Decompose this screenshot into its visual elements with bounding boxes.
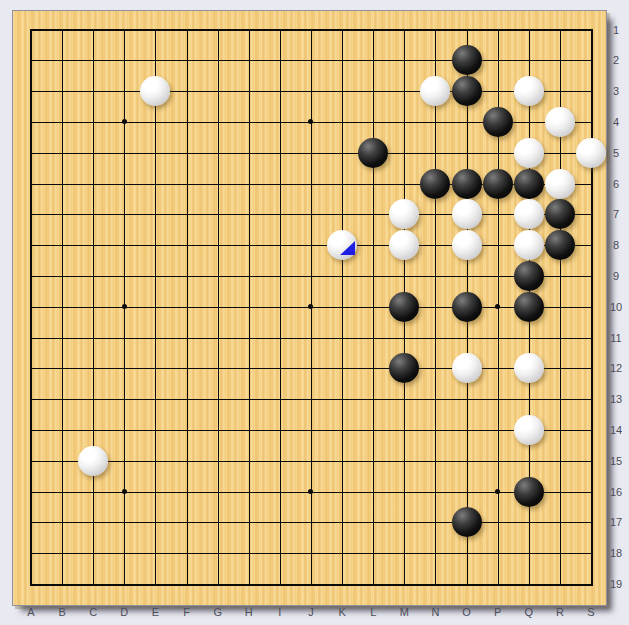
white-stone-Q14 <box>514 415 544 445</box>
column-label-R: R <box>550 606 570 619</box>
column-label-O: O <box>457 606 477 619</box>
black-stone-O2 <box>452 45 482 75</box>
column-label-D: D <box>114 606 134 619</box>
column-label-P: P <box>488 606 508 619</box>
black-stone-Q9 <box>514 261 544 291</box>
black-stone-P4 <box>483 107 513 137</box>
black-stone-R8 <box>545 230 575 260</box>
row-label-15: 15 <box>605 454 627 468</box>
star-point <box>122 489 127 494</box>
black-stone-O3 <box>452 76 482 106</box>
black-stone-R7 <box>545 199 575 229</box>
row-label-4: 4 <box>605 115 627 129</box>
white-stone-K8 <box>327 230 357 260</box>
column-label-N: N <box>425 606 445 619</box>
column-label-B: B <box>52 606 72 619</box>
white-stone-Q8 <box>514 230 544 260</box>
black-stone-O6 <box>452 169 482 199</box>
column-label-K: K <box>332 606 352 619</box>
black-stone-P6 <box>483 169 513 199</box>
white-stone-R6 <box>545 169 575 199</box>
black-stone-Q6 <box>514 169 544 199</box>
black-stone-O10 <box>452 292 482 322</box>
go-game-screenshot: 12345678910111213141516171819ABCDEFGHIJK… <box>0 0 629 625</box>
white-stone-C15 <box>78 446 108 476</box>
black-stone-L5 <box>358 138 388 168</box>
column-label-F: F <box>177 606 197 619</box>
row-label-5: 5 <box>605 146 627 160</box>
column-label-G: G <box>208 606 228 619</box>
row-label-1: 1 <box>605 23 627 37</box>
row-label-13: 13 <box>605 392 627 406</box>
row-label-6: 6 <box>605 177 627 191</box>
column-label-E: E <box>145 606 165 619</box>
row-label-16: 16 <box>605 485 627 499</box>
column-label-L: L <box>363 606 383 619</box>
white-stone-Q7 <box>514 199 544 229</box>
white-stone-R4 <box>545 107 575 137</box>
column-label-I: I <box>270 606 290 619</box>
star-point <box>122 304 127 309</box>
black-stone-N6 <box>420 169 450 199</box>
white-stone-O8 <box>452 230 482 260</box>
black-stone-Q16 <box>514 477 544 507</box>
row-label-11: 11 <box>605 331 627 345</box>
row-label-17: 17 <box>605 515 627 529</box>
white-stone-O12 <box>452 353 482 383</box>
column-label-M: M <box>394 606 414 619</box>
row-label-12: 12 <box>605 361 627 375</box>
column-label-A: A <box>21 606 41 619</box>
row-label-2: 2 <box>605 53 627 67</box>
white-stone-Q12 <box>514 353 544 383</box>
white-stone-O7 <box>452 199 482 229</box>
column-label-C: C <box>83 606 103 619</box>
white-stone-S5 <box>576 138 606 168</box>
row-label-7: 7 <box>605 207 627 221</box>
row-label-10: 10 <box>605 300 627 314</box>
row-label-14: 14 <box>605 423 627 437</box>
black-stone-Q10 <box>514 292 544 322</box>
black-stone-M10 <box>389 292 419 322</box>
row-label-19: 19 <box>605 577 627 591</box>
row-label-18: 18 <box>605 546 627 560</box>
last-move-triangle-marker <box>340 241 355 255</box>
black-stone-O17 <box>452 507 482 537</box>
column-label-Q: Q <box>519 606 539 619</box>
row-label-3: 3 <box>605 84 627 98</box>
white-stone-Q3 <box>514 76 544 106</box>
white-stone-Q5 <box>514 138 544 168</box>
column-label-J: J <box>301 606 321 619</box>
row-label-8: 8 <box>605 238 627 252</box>
column-label-H: H <box>239 606 259 619</box>
column-label-S: S <box>581 606 601 619</box>
row-label-9: 9 <box>605 269 627 283</box>
